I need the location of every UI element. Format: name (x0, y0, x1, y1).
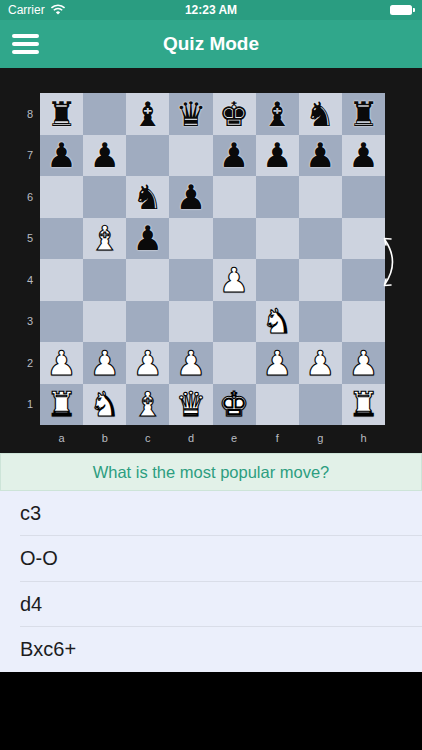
square-e7[interactable]: ♟ (213, 135, 256, 177)
square-d8[interactable]: ♛ (169, 93, 212, 135)
rank-label-7: 7 (0, 135, 40, 177)
answer-option-o-o[interactable]: O-O (0, 536, 422, 581)
square-f8[interactable]: ♝ (256, 93, 299, 135)
answer-list: c3 O-O d4 Bxc6+ (0, 491, 422, 672)
square-g5[interactable] (299, 218, 342, 260)
square-f1[interactable] (256, 384, 299, 426)
square-b4[interactable] (83, 259, 126, 301)
bottom-spacer (0, 672, 422, 750)
square-h7[interactable]: ♟ (342, 135, 385, 177)
rank-label-2: 2 (0, 342, 40, 384)
square-g2[interactable]: ♟ (299, 342, 342, 384)
square-a4[interactable] (40, 259, 83, 301)
square-e1[interactable]: ♚ (213, 384, 256, 426)
chess-board: ♜♝♛♚♝♞♜♟♟♟♟♟♟♞♟♝♟♟♞♟♟♟♟♟♟♟♜♞♝♛♚♜ (40, 93, 385, 425)
square-d7[interactable] (169, 135, 212, 177)
black-knight-icon: ♞ (133, 180, 163, 214)
square-a7[interactable]: ♟ (40, 135, 83, 177)
square-a8[interactable]: ♜ (40, 93, 83, 135)
file-label-d: d (169, 425, 212, 451)
black-rook-icon: ♜ (46, 97, 76, 131)
square-d6[interactable]: ♟ (169, 176, 212, 218)
black-king-icon: ♚ (219, 97, 249, 131)
black-pawn-icon: ♟ (305, 138, 335, 172)
white-pawn-icon: ♟ (46, 346, 76, 380)
file-label-b: b (83, 425, 126, 451)
answer-option-bxc6[interactable]: Bxc6+ (0, 627, 422, 672)
white-knight-icon: ♞ (262, 304, 292, 338)
page-title: Quiz Mode (0, 33, 422, 55)
file-labels: abcdefgh (40, 425, 385, 451)
black-pawn-icon: ♟ (176, 180, 206, 214)
square-b6[interactable] (83, 176, 126, 218)
square-a6[interactable] (40, 176, 83, 218)
square-c4[interactable] (126, 259, 169, 301)
square-h4[interactable] (342, 259, 385, 301)
white-pawn-icon: ♟ (348, 346, 378, 380)
square-b1[interactable]: ♞ (83, 384, 126, 426)
square-g4[interactable] (299, 259, 342, 301)
square-c1[interactable]: ♝ (126, 384, 169, 426)
square-h1[interactable]: ♜ (342, 384, 385, 426)
rank-label-6: 6 (0, 176, 40, 218)
square-c8[interactable]: ♝ (126, 93, 169, 135)
white-pawn-icon: ♟ (262, 346, 292, 380)
black-pawn-icon: ♟ (133, 221, 163, 255)
rank-label-5: 5 (0, 218, 40, 260)
app-screen: Carrier 12:23 AM Quiz Mode 87654321 ♜♝♛♚… (0, 0, 422, 750)
square-c7[interactable] (126, 135, 169, 177)
clock: 12:23 AM (0, 3, 422, 17)
square-g8[interactable]: ♞ (299, 93, 342, 135)
square-f6[interactable] (256, 176, 299, 218)
black-pawn-icon: ♟ (348, 138, 378, 172)
black-pawn-icon: ♟ (262, 138, 292, 172)
rank-label-1: 1 (0, 384, 40, 426)
white-pawn-icon: ♟ (89, 346, 119, 380)
navigation-bar: Quiz Mode (0, 20, 422, 68)
white-knight-icon: ♞ (89, 387, 119, 421)
file-label-h: h (342, 425, 385, 451)
black-pawn-icon: ♟ (89, 138, 119, 172)
square-b2[interactable]: ♟ (83, 342, 126, 384)
square-g6[interactable] (299, 176, 342, 218)
black-bishop-icon: ♝ (133, 97, 163, 131)
black-queen-icon: ♛ (176, 97, 206, 131)
file-label-a: a (40, 425, 83, 451)
white-pawn-icon: ♟ (305, 346, 335, 380)
answer-option-d4[interactable]: d4 (0, 582, 422, 627)
square-g1[interactable] (299, 384, 342, 426)
square-e2[interactable] (213, 342, 256, 384)
black-knight-icon: ♞ (305, 97, 335, 131)
square-b3[interactable] (83, 301, 126, 343)
file-label-c: c (126, 425, 169, 451)
square-g3[interactable] (299, 301, 342, 343)
square-d2[interactable]: ♟ (169, 342, 212, 384)
square-h8[interactable]: ♜ (342, 93, 385, 135)
file-label-e: e (213, 425, 256, 451)
square-a5[interactable] (40, 218, 83, 260)
square-c6[interactable]: ♞ (126, 176, 169, 218)
rank-labels: 87654321 (0, 93, 40, 425)
square-e4[interactable]: ♟ (213, 259, 256, 301)
square-b8[interactable] (83, 93, 126, 135)
square-h2[interactable]: ♟ (342, 342, 385, 384)
square-f4[interactable] (256, 259, 299, 301)
square-d1[interactable]: ♛ (169, 384, 212, 426)
square-e5[interactable] (213, 218, 256, 260)
square-d3[interactable] (169, 301, 212, 343)
square-h6[interactable] (342, 176, 385, 218)
square-e3[interactable] (213, 301, 256, 343)
quiz-question-text: What is the most popular move? (93, 463, 330, 482)
square-g7[interactable]: ♟ (299, 135, 342, 177)
square-c2[interactable]: ♟ (126, 342, 169, 384)
square-c5[interactable]: ♟ (126, 218, 169, 260)
square-c3[interactable] (126, 301, 169, 343)
rank-label-4: 4 (0, 259, 40, 301)
white-rook-icon: ♜ (348, 387, 378, 421)
square-a1[interactable]: ♜ (40, 384, 83, 426)
square-f5[interactable] (256, 218, 299, 260)
square-f3[interactable]: ♞ (256, 301, 299, 343)
white-king-icon: ♚ (219, 387, 249, 421)
flip-board-icon[interactable] (381, 233, 403, 291)
white-bishop-icon: ♝ (89, 221, 119, 255)
black-bishop-icon: ♝ (262, 97, 292, 131)
white-queen-icon: ♛ (176, 387, 206, 421)
square-a3[interactable] (40, 301, 83, 343)
square-e8[interactable]: ♚ (213, 93, 256, 135)
white-pawn-icon: ♟ (219, 263, 249, 297)
square-d5[interactable] (169, 218, 212, 260)
answer-option-c3[interactable]: c3 (0, 491, 422, 536)
square-a2[interactable]: ♟ (40, 342, 83, 384)
white-pawn-icon: ♟ (133, 346, 163, 380)
square-b5[interactable]: ♝ (83, 218, 126, 260)
black-pawn-icon: ♟ (46, 138, 76, 172)
square-h3[interactable] (342, 301, 385, 343)
status-bar: Carrier 12:23 AM (0, 0, 422, 20)
square-f7[interactable]: ♟ (256, 135, 299, 177)
square-h5[interactable] (342, 218, 385, 260)
black-pawn-icon: ♟ (219, 138, 249, 172)
file-label-f: f (256, 425, 299, 451)
square-b7[interactable]: ♟ (83, 135, 126, 177)
square-e6[interactable] (213, 176, 256, 218)
quiz-question-banner: What is the most popular move? (0, 453, 422, 491)
file-label-g: g (299, 425, 342, 451)
rank-label-3: 3 (0, 301, 40, 343)
square-f2[interactable]: ♟ (256, 342, 299, 384)
white-bishop-icon: ♝ (133, 387, 163, 421)
rank-label-8: 8 (0, 93, 40, 135)
black-rook-icon: ♜ (348, 97, 378, 131)
board-panel: 87654321 ♜♝♛♚♝♞♜♟♟♟♟♟♟♞♟♝♟♟♞♟♟♟♟♟♟♟♜♞♝♛♚… (0, 68, 422, 453)
white-pawn-icon: ♟ (176, 346, 206, 380)
battery-icon (390, 5, 412, 15)
square-d4[interactable] (169, 259, 212, 301)
white-rook-icon: ♜ (46, 387, 76, 421)
